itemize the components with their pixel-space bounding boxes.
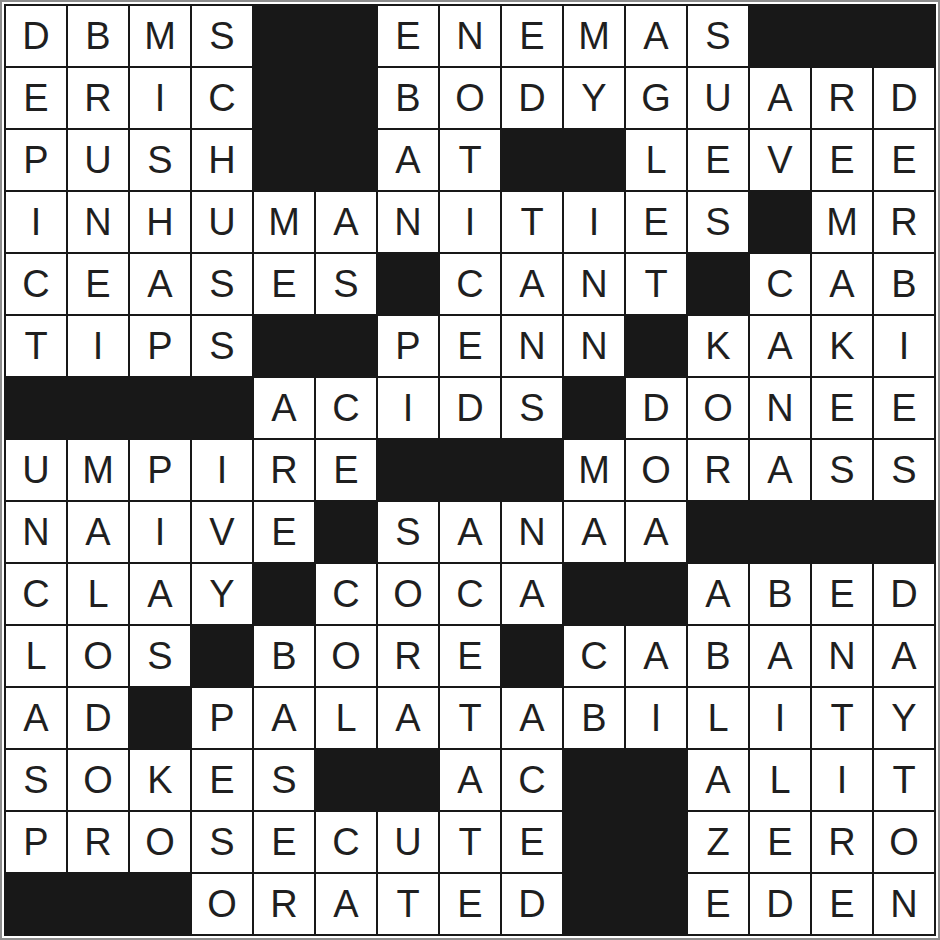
crossword-board: DBMSENEMASERICBODYGUARDPUSHATLEVEEINHUMA… [4,4,936,936]
cell-r11c5[interactable]: L [316,688,376,748]
cell-r9c3[interactable]: Y [192,564,252,624]
black-cell-r3c12 [750,192,810,252]
cell-r6c8[interactable]: S [502,378,562,438]
cell-r11c7[interactable]: T [440,688,500,748]
cell-r8c7[interactable]: A [440,502,500,562]
cell-r1c6[interactable]: B [378,68,438,128]
black-cell-r9c4 [254,564,314,624]
cell-r1c0[interactable]: E [6,68,66,128]
cell-r7c5[interactable]: E [316,440,376,500]
cell-r5c8[interactable]: N [502,316,562,376]
cell-r9c0[interactable]: C [6,564,66,624]
cell-r13c5[interactable]: C [316,812,376,872]
cell-r5c13[interactable]: K [812,316,872,376]
cell-r3c4[interactable]: M [254,192,314,252]
black-cell-r6c0 [6,378,66,438]
cell-r11c0[interactable]: A [6,688,66,748]
black-cell-r2c4 [254,130,314,190]
cell-r12c8[interactable]: C [502,750,562,810]
cell-r0c10[interactable]: A [626,6,686,66]
cell-r13c7[interactable]: T [440,812,500,872]
black-cell-r14c1 [68,874,128,934]
cell-r13c13[interactable]: R [812,812,872,872]
cell-r10c5[interactable]: O [316,626,376,686]
cell-r10c4[interactable]: B [254,626,314,686]
cell-r3c11[interactable]: S [688,192,748,252]
cell-r2c7[interactable]: T [440,130,500,190]
cell-r6c14[interactable]: E [874,378,934,438]
cell-r3c8[interactable]: T [502,192,562,252]
cell-r9c14[interactable]: D [874,564,934,624]
cell-r11c10[interactable]: I [626,688,686,748]
cell-r8c10[interactable]: A [626,502,686,562]
black-cell-r1c5 [316,68,376,128]
cell-r9c11[interactable]: A [688,564,748,624]
cell-r6c5[interactable]: C [316,378,376,438]
cell-r4c1[interactable]: E [68,254,128,314]
cell-r12c11[interactable]: A [688,750,748,810]
cell-r5c0[interactable]: T [6,316,66,376]
black-cell-r7c6 [378,440,438,500]
cell-r10c0[interactable]: L [6,626,66,686]
black-cell-r1c4 [254,68,314,128]
cell-r1c8[interactable]: D [502,68,562,128]
cell-r6c10[interactable]: D [626,378,686,438]
cell-r4c2[interactable]: A [130,254,190,314]
cell-r3c9[interactable]: I [564,192,624,252]
cell-r12c2[interactable]: K [130,750,190,810]
cell-r3c2[interactable]: H [130,192,190,252]
black-cell-r8c11 [688,502,748,562]
cell-r14c8[interactable]: D [502,874,562,934]
cell-r9c2[interactable]: A [130,564,190,624]
cell-r3c3[interactable]: U [192,192,252,252]
black-cell-r0c5 [316,6,376,66]
cell-r10c14[interactable]: A [874,626,934,686]
cell-r6c7[interactable]: D [440,378,500,438]
cell-r13c11[interactable]: Z [688,812,748,872]
cell-r1c11[interactable]: U [688,68,748,128]
cell-r0c11[interactable]: S [688,6,748,66]
cell-r12c1[interactable]: O [68,750,128,810]
cell-r10c11[interactable]: B [688,626,748,686]
black-cell-r14c10 [626,874,686,934]
cell-r9c8[interactable]: A [502,564,562,624]
cell-r11c11[interactable]: L [688,688,748,748]
cell-r14c3[interactable]: O [192,874,252,934]
cell-r7c11[interactable]: R [688,440,748,500]
cell-r7c10[interactable]: O [626,440,686,500]
black-cell-r8c12 [750,502,810,562]
cell-r7c1[interactable]: M [68,440,128,500]
black-cell-r14c2 [130,874,190,934]
cell-r14c11[interactable]: E [688,874,748,934]
cell-r3c14[interactable]: R [874,192,934,252]
black-cell-r5c5 [316,316,376,376]
black-cell-r10c3 [192,626,252,686]
black-cell-r12c6 [378,750,438,810]
cell-r10c9[interactable]: C [564,626,624,686]
cell-r6c11[interactable]: O [688,378,748,438]
crossword-frame: DBMSENEMASERICBODYGUARDPUSHATLEVEEINHUMA… [0,0,940,940]
cell-r5c12[interactable]: A [750,316,810,376]
cell-r7c12[interactable]: A [750,440,810,500]
black-cell-r9c10 [626,564,686,624]
cell-r11c14[interactable]: Y [874,688,934,748]
black-cell-r6c1 [68,378,128,438]
cell-r2c10[interactable]: L [626,130,686,190]
cell-r3c10[interactable]: E [626,192,686,252]
black-cell-r4c6 [378,254,438,314]
cell-r6c6[interactable]: I [378,378,438,438]
cell-r5c14[interactable]: I [874,316,934,376]
cell-r9c5[interactable]: C [316,564,376,624]
cell-r5c7[interactable]: E [440,316,500,376]
cell-r8c8[interactable]: N [502,502,562,562]
black-cell-r13c9 [564,812,624,872]
black-cell-r11c2 [130,688,190,748]
cell-r7c0[interactable]: U [6,440,66,500]
cell-r10c12[interactable]: A [750,626,810,686]
cell-r1c2[interactable]: I [130,68,190,128]
cell-r13c6[interactable]: U [378,812,438,872]
cell-r2c3[interactable]: H [192,130,252,190]
cell-r4c9[interactable]: N [564,254,624,314]
cell-r2c14[interactable]: E [874,130,934,190]
black-cell-r7c8 [502,440,562,500]
cell-r11c13[interactable]: T [812,688,872,748]
cell-r11c9[interactable]: B [564,688,624,748]
cell-r4c10[interactable]: T [626,254,686,314]
cell-r13c14[interactable]: O [874,812,934,872]
cell-r7c4[interactable]: R [254,440,314,500]
cell-r5c3[interactable]: S [192,316,252,376]
cell-r1c7[interactable]: O [440,68,500,128]
cell-r9c1[interactable]: L [68,564,128,624]
black-cell-r6c9 [564,378,624,438]
black-cell-r8c5 [316,502,376,562]
cell-r9c13[interactable]: E [812,564,872,624]
cell-r6c4[interactable]: A [254,378,314,438]
cell-r4c12[interactable]: C [750,254,810,314]
cell-r4c3[interactable]: S [192,254,252,314]
black-cell-r0c13 [812,6,872,66]
cell-r3c6[interactable]: N [378,192,438,252]
cell-r8c4[interactable]: E [254,502,314,562]
cell-r10c2[interactable]: S [130,626,190,686]
cell-r3c1[interactable]: N [68,192,128,252]
cell-r13c2[interactable]: O [130,812,190,872]
cell-r9c7[interactable]: C [440,564,500,624]
cell-r2c1[interactable]: U [68,130,128,190]
black-cell-r0c12 [750,6,810,66]
cell-r2c6[interactable]: A [378,130,438,190]
black-cell-r0c14 [874,6,934,66]
cell-r8c1[interactable]: A [68,502,128,562]
cell-r4c5[interactable]: S [316,254,376,314]
cell-r4c8[interactable]: A [502,254,562,314]
cell-r9c12[interactable]: B [750,564,810,624]
cell-r1c13[interactable]: R [812,68,872,128]
cell-r1c9[interactable]: Y [564,68,624,128]
black-cell-r14c9 [564,874,624,934]
cell-r13c1[interactable]: R [68,812,128,872]
cell-r2c0[interactable]: P [6,130,66,190]
black-cell-r12c10 [626,750,686,810]
cell-r12c4[interactable]: S [254,750,314,810]
cell-r3c5[interactable]: A [316,192,376,252]
cell-r4c4[interactable]: E [254,254,314,314]
cell-r0c8[interactable]: E [502,6,562,66]
black-cell-r9c9 [564,564,624,624]
cell-r12c12[interactable]: L [750,750,810,810]
cell-r0c3[interactable]: S [192,6,252,66]
black-cell-r2c9 [564,130,624,190]
cell-r0c1[interactable]: B [68,6,128,66]
cell-r1c14[interactable]: D [874,68,934,128]
cell-r4c0[interactable]: C [6,254,66,314]
cell-r1c1[interactable]: R [68,68,128,128]
cell-r5c11[interactable]: K [688,316,748,376]
cell-r2c12[interactable]: V [750,130,810,190]
cell-r3c7[interactable]: I [440,192,500,252]
black-cell-r7c7 [440,440,500,500]
cell-r0c0[interactable]: D [6,6,66,66]
cell-r7c13[interactable]: S [812,440,872,500]
cell-r12c13[interactable]: I [812,750,872,810]
cell-r0c2[interactable]: M [130,6,190,66]
cell-r4c14[interactable]: B [874,254,934,314]
cell-r5c1[interactable]: I [68,316,128,376]
cell-r2c2[interactable]: S [130,130,190,190]
cell-r8c2[interactable]: I [130,502,190,562]
cell-r13c4[interactable]: E [254,812,314,872]
black-cell-r5c4 [254,316,314,376]
cell-r7c9[interactable]: M [564,440,624,500]
black-cell-r12c5 [316,750,376,810]
cell-r14c6[interactable]: T [378,874,438,934]
cell-r8c3[interactable]: V [192,502,252,562]
cell-r0c7[interactable]: N [440,6,500,66]
cell-r12c3[interactable]: E [192,750,252,810]
cell-r13c12[interactable]: E [750,812,810,872]
cell-r10c10[interactable]: A [626,626,686,686]
cell-r4c7[interactable]: C [440,254,500,314]
black-cell-r0c4 [254,6,314,66]
cell-r10c1[interactable]: O [68,626,128,686]
cell-r12c0[interactable]: S [6,750,66,810]
cell-r11c6[interactable]: A [378,688,438,748]
cell-r14c5[interactable]: A [316,874,376,934]
cell-r5c6[interactable]: P [378,316,438,376]
cell-r7c14[interactable]: S [874,440,934,500]
black-cell-r13c10 [626,812,686,872]
black-cell-r10c8 [502,626,562,686]
cell-r1c12[interactable]: A [750,68,810,128]
cell-r10c7[interactable]: E [440,626,500,686]
cell-r14c12[interactable]: D [750,874,810,934]
cell-r2c13[interactable]: E [812,130,872,190]
cell-r14c13[interactable]: E [812,874,872,934]
cell-r7c2[interactable]: P [130,440,190,500]
cell-r7c3[interactable]: I [192,440,252,500]
cell-r6c13[interactable]: E [812,378,872,438]
cell-r1c10[interactable]: G [626,68,686,128]
cell-r5c9[interactable]: N [564,316,624,376]
cell-r14c7[interactable]: E [440,874,500,934]
cell-r2c11[interactable]: E [688,130,748,190]
cell-r11c8[interactable]: A [502,688,562,748]
cell-r13c8[interactable]: E [502,812,562,872]
cell-r13c0[interactable]: P [6,812,66,872]
cell-r8c9[interactable]: A [564,502,624,562]
cell-r12c7[interactable]: A [440,750,500,810]
cell-r14c4[interactable]: R [254,874,314,934]
cell-r10c13[interactable]: N [812,626,872,686]
black-cell-r2c8 [502,130,562,190]
cell-r3c13[interactable]: M [812,192,872,252]
cell-r4c13[interactable]: A [812,254,872,314]
cell-r0c9[interactable]: M [564,6,624,66]
cell-r12c14[interactable]: T [874,750,934,810]
cell-r13c3[interactable]: S [192,812,252,872]
cell-r14c14[interactable]: N [874,874,934,934]
cell-r11c1[interactable]: D [68,688,128,748]
cell-r11c12[interactable]: I [750,688,810,748]
cell-r11c3[interactable]: P [192,688,252,748]
cell-r8c6[interactable]: S [378,502,438,562]
black-cell-r5c10 [626,316,686,376]
black-cell-r8c14 [874,502,934,562]
black-cell-r2c5 [316,130,376,190]
cell-r10c6[interactable]: R [378,626,438,686]
black-cell-r4c11 [688,254,748,314]
cell-r11c4[interactable]: A [254,688,314,748]
cell-r1c3[interactable]: C [192,68,252,128]
cell-r6c12[interactable]: N [750,378,810,438]
black-cell-r8c13 [812,502,872,562]
black-cell-r6c3 [192,378,252,438]
black-cell-r6c2 [130,378,190,438]
cell-r9c6[interactable]: O [378,564,438,624]
cell-r8c0[interactable]: N [6,502,66,562]
cell-r0c6[interactable]: E [378,6,438,66]
black-cell-r12c9 [564,750,624,810]
cell-r3c0[interactable]: I [6,192,66,252]
cell-r5c2[interactable]: P [130,316,190,376]
black-cell-r14c0 [6,874,66,934]
